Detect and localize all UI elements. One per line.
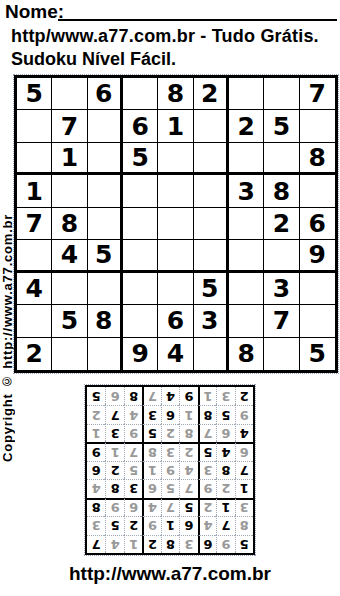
cell-r2c1[interactable] [17, 110, 52, 142]
puzzle-grid: 568277612515813878264594535863729485 [14, 75, 338, 373]
cell-r2c5: 1 [158, 110, 193, 142]
cell-r8c7[interactable] [229, 305, 264, 337]
solution-cell-r4c1: 1 [235, 479, 253, 497]
solution-cell-r2c2: 7 [216, 516, 234, 534]
cell-r8c5: 6 [158, 305, 193, 337]
solution-cell-r3c4: 5 [179, 498, 197, 516]
solution-cell-r9c6: 7 [142, 387, 160, 405]
solution-cell-r1c6: 2 [142, 535, 160, 553]
solution-cell-r7c4: 8 [179, 424, 197, 442]
solution-cell-r7c5: 2 [161, 424, 179, 442]
solution-cell-r9c2: 3 [216, 387, 234, 405]
solution-cell-r8c8: 7 [105, 405, 123, 423]
footer-url: http://www.a77.com.br [0, 563, 340, 585]
solution-cell-r6c4: 2 [179, 442, 197, 460]
cell-r8c1[interactable] [17, 305, 52, 337]
cell-r9c2[interactable] [52, 338, 87, 370]
cell-r6c8[interactable] [264, 240, 299, 272]
cell-r4c6[interactable] [194, 175, 229, 207]
cell-r7c1: 4 [17, 273, 52, 305]
cell-r2c9[interactable] [300, 110, 335, 142]
solution-cell-r7c2: 6 [216, 424, 234, 442]
cell-r9c6[interactable] [194, 338, 229, 370]
solution-cell-r3c6: 4 [142, 498, 160, 516]
cell-r4c8: 8 [264, 175, 299, 207]
cell-r3c9: 8 [300, 143, 335, 175]
solution-cell-r1c4: 3 [179, 535, 197, 553]
cell-r2c8: 5 [264, 110, 299, 142]
solution-cell-r1c1: 5 [235, 535, 253, 553]
solution-cell-r2c9: 3 [87, 516, 105, 534]
solution-cell-r3c2: 1 [216, 498, 234, 516]
cell-r2c7: 2 [229, 110, 264, 142]
solution-cell-r5c6: 1 [142, 461, 160, 479]
cell-r9c5: 4 [158, 338, 193, 370]
cell-r9c1: 2 [17, 338, 52, 370]
cell-r5c6[interactable] [194, 208, 229, 240]
cell-r3c8[interactable] [264, 143, 299, 175]
cell-r6c3: 5 [88, 240, 123, 272]
solution-cell-r4c7: 3 [124, 479, 142, 497]
solution-cell-r5c4: 4 [179, 461, 197, 479]
cell-r7c6: 5 [194, 273, 229, 305]
solution-cell-r9c5: 4 [161, 387, 179, 405]
solution-cell-r5c1: 7 [235, 461, 253, 479]
solution-cell-r4c2: 2 [216, 479, 234, 497]
solution-cell-r6c3: 5 [198, 442, 216, 460]
cell-r6c6[interactable] [194, 240, 229, 272]
cell-r5c2: 8 [52, 208, 87, 240]
solution-cell-r6c9: 9 [87, 442, 105, 460]
sudoku-worksheet: Nome: http/www.a77.com.br - Tudo Grátis.… [0, 0, 340, 596]
cell-r7c2[interactable] [52, 273, 87, 305]
cell-r3c2: 1 [52, 143, 87, 175]
cell-r9c9: 5 [300, 338, 335, 370]
solution-cell-r7c6: 5 [142, 424, 160, 442]
cell-r4c9[interactable] [300, 175, 335, 207]
cell-r4c4[interactable] [123, 175, 158, 207]
cell-r7c7[interactable] [229, 273, 264, 305]
solution-cell-r3c1: 3 [235, 498, 253, 516]
cell-r5c4[interactable] [123, 208, 158, 240]
site-header: http/www.a77.com.br - Tudo Grátis. [11, 26, 319, 47]
solution-cell-r8c1: 9 [235, 405, 253, 423]
cell-r6c9: 9 [300, 240, 335, 272]
cell-r8c4[interactable] [123, 305, 158, 337]
cell-r4c7: 3 [229, 175, 264, 207]
solution-cell-r7c3: 7 [198, 424, 216, 442]
solution-cell-r4c6: 6 [142, 479, 160, 497]
cell-r2c6[interactable] [194, 110, 229, 142]
solution-cell-r4c4: 7 [179, 479, 197, 497]
solution-cell-r1c5: 8 [161, 535, 179, 553]
cell-r3c4: 5 [123, 143, 158, 175]
solution-cell-r5c2: 8 [216, 461, 234, 479]
solution-cell-r1c2: 9 [216, 535, 234, 553]
solution-cell-r6c2: 4 [216, 442, 234, 460]
solution-cell-r6c6: 8 [142, 442, 160, 460]
page-title: Sudoku Nível Fácil. [11, 49, 176, 70]
cell-r4c5[interactable] [158, 175, 193, 207]
solution-cell-r3c9: 8 [87, 498, 105, 516]
solution-cell-r5c8: 2 [105, 461, 123, 479]
solution-cell-r5c3: 3 [198, 461, 216, 479]
solution-cell-r5c5: 9 [161, 461, 179, 479]
solution-cell-r5c7: 5 [124, 461, 142, 479]
cell-r1c4[interactable] [123, 78, 158, 110]
solution-cell-r8c3: 8 [198, 405, 216, 423]
cell-r2c2: 7 [52, 110, 87, 142]
cell-r9c7: 8 [229, 338, 264, 370]
cell-r3c1[interactable] [17, 143, 52, 175]
solution-cell-r2c6: 9 [142, 516, 160, 534]
solution-cell-r2c7: 2 [124, 516, 142, 534]
solution-cell-r3c8: 9 [105, 498, 123, 516]
cell-r3c3[interactable] [88, 143, 123, 175]
solution-cell-r6c5: 3 [161, 442, 179, 460]
cell-r6c1[interactable] [17, 240, 52, 272]
cell-r4c2[interactable] [52, 175, 87, 207]
cell-r3c5[interactable] [158, 143, 193, 175]
cell-r8c3: 8 [88, 305, 123, 337]
cell-r5c3[interactable] [88, 208, 123, 240]
cell-r5c8: 2 [264, 208, 299, 240]
cell-r8c2: 5 [52, 305, 87, 337]
cell-r2c3[interactable] [88, 110, 123, 142]
cell-r1c5: 8 [158, 78, 193, 110]
cell-r9c4: 9 [123, 338, 158, 370]
solution-cell-r9c3: 1 [198, 387, 216, 405]
solution-cell-r2c8: 5 [105, 516, 123, 534]
cell-r4c3[interactable] [88, 175, 123, 207]
cell-r1c1: 5 [17, 78, 52, 110]
solution-cell-r5c9: 6 [87, 461, 105, 479]
cell-r8c8: 7 [264, 305, 299, 337]
solution-cell-r2c4: 6 [179, 516, 197, 534]
cell-r7c9[interactable] [300, 273, 335, 305]
solution-cell-r3c7: 6 [124, 498, 142, 516]
solution-cell-r2c3: 4 [198, 516, 216, 534]
cell-r5c5[interactable] [158, 208, 193, 240]
name-label: Nome: [5, 1, 64, 23]
solution-cell-r4c8: 8 [105, 479, 123, 497]
solution-cell-r8c9: 2 [87, 405, 105, 423]
solution-cell-r1c3: 6 [198, 535, 216, 553]
solution-cell-r3c5: 7 [161, 498, 179, 516]
cell-r6c7[interactable] [229, 240, 264, 272]
solution-cell-r7c8: 3 [105, 424, 123, 442]
cell-r9c8[interactable] [264, 338, 299, 370]
solution-cell-r8c6: 3 [142, 405, 160, 423]
copyright-vertical-text: Copyright © http://www.a77.com.br [0, 82, 14, 462]
solution-cell-r7c1: 4 [235, 424, 253, 442]
cell-r1c8[interactable] [264, 78, 299, 110]
cell-r3c6[interactable] [194, 143, 229, 175]
name-fill-line[interactable] [58, 19, 337, 21]
solution-cell-r2c1: 8 [235, 516, 253, 534]
solution-cell-r8c4: 1 [179, 405, 197, 423]
cell-r6c2: 4 [52, 240, 87, 272]
solution-cell-r2c5: 1 [161, 516, 179, 534]
cell-r6c4[interactable] [123, 240, 158, 272]
cell-r5c7[interactable] [229, 208, 264, 240]
solution-cell-r9c8: 6 [105, 387, 123, 405]
cell-r2c4: 6 [123, 110, 158, 142]
solution-cell-r4c5: 5 [161, 479, 179, 497]
cell-r6c5[interactable] [158, 240, 193, 272]
cell-r1c2[interactable] [52, 78, 87, 110]
cell-r7c5[interactable] [158, 273, 193, 305]
cell-r1c3: 6 [88, 78, 123, 110]
solution-cell-r3c3: 2 [198, 498, 216, 516]
cell-r1c7[interactable] [229, 78, 264, 110]
solution-cell-r9c1: 2 [235, 387, 253, 405]
cell-r4c1: 1 [17, 175, 52, 207]
solution-grid-rotated: 5963821478746192533125746981297563847834… [85, 385, 255, 555]
solution-cell-r6c8: 1 [105, 442, 123, 460]
cell-r3c7[interactable] [229, 143, 264, 175]
solution-cell-r8c2: 5 [216, 405, 234, 423]
cell-r8c6: 3 [194, 305, 229, 337]
solution-cell-r7c9: 1 [87, 424, 105, 442]
cell-r1c6: 2 [194, 78, 229, 110]
solution-cell-r9c4: 9 [179, 387, 197, 405]
solution-cell-r4c9: 4 [87, 479, 105, 497]
cell-r1c9: 7 [300, 78, 335, 110]
cell-r5c1: 7 [17, 208, 52, 240]
solution-cell-r1c7: 1 [124, 535, 142, 553]
solution-cell-r4c3: 9 [198, 479, 216, 497]
solution-cell-r6c7: 7 [124, 442, 142, 460]
solution-cell-r8c5: 6 [161, 405, 179, 423]
solution-cell-r8c7: 4 [124, 405, 142, 423]
cell-r9c3[interactable] [88, 338, 123, 370]
solution-cell-r9c9: 5 [87, 387, 105, 405]
solution-cell-r7c7: 9 [124, 424, 142, 442]
cell-r5c9: 6 [300, 208, 335, 240]
solution-cell-r1c9: 7 [87, 535, 105, 553]
solution-cell-r9c7: 8 [124, 387, 142, 405]
cell-r7c3[interactable] [88, 273, 123, 305]
cell-r7c8: 3 [264, 273, 299, 305]
cell-r7c4[interactable] [123, 273, 158, 305]
solution-cell-r6c1: 6 [235, 442, 253, 460]
solution-cell-r1c8: 4 [105, 535, 123, 553]
cell-r8c9[interactable] [300, 305, 335, 337]
